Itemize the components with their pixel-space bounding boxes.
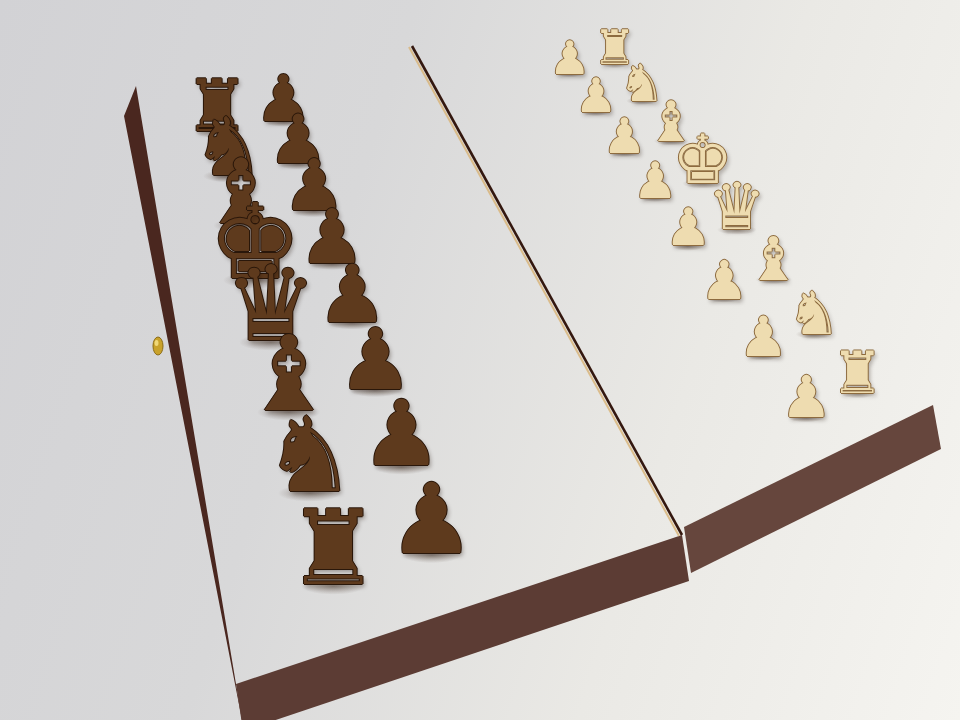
square-b4 bbox=[586, 333, 682, 421]
square-a6 bbox=[446, 435, 569, 545]
square-e2 bbox=[601, 150, 680, 209]
square-h4 bbox=[425, 55, 498, 104]
board-left-half bbox=[136, 46, 682, 684]
square-c1 bbox=[714, 225, 799, 292]
square-g8 bbox=[183, 130, 264, 186]
square-d2 bbox=[631, 194, 714, 258]
square-g5 bbox=[379, 99, 461, 149]
square-h1 bbox=[568, 29, 637, 72]
square-g6 bbox=[316, 109, 397, 161]
square-h5 bbox=[361, 64, 438, 110]
square-f1 bbox=[620, 99, 694, 150]
square-c4 bbox=[553, 277, 644, 356]
square-g4 bbox=[447, 93, 523, 147]
square-g7 bbox=[251, 119, 332, 173]
square-a5 bbox=[531, 413, 654, 518]
square-a8 bbox=[262, 484, 384, 607]
square-g1 bbox=[593, 63, 665, 110]
square-g2 bbox=[547, 72, 620, 121]
square-e8 bbox=[204, 222, 295, 293]
square-c6 bbox=[392, 301, 497, 384]
square-d3 bbox=[579, 209, 664, 277]
square-b5 bbox=[497, 344, 610, 435]
square-b3 bbox=[645, 312, 739, 395]
square-b6 bbox=[418, 364, 531, 460]
square-d1 bbox=[680, 180, 761, 241]
square-d5 bbox=[442, 230, 540, 300]
square-a1 bbox=[790, 327, 883, 409]
inner-border-right bbox=[421, 25, 893, 502]
square-e5 bbox=[419, 182, 511, 245]
square-f4 bbox=[470, 134, 550, 193]
board-right-half bbox=[412, 8, 933, 535]
square-b1 bbox=[750, 274, 839, 348]
photo-scene: ♜♞♝♛♚♝♞♜♟♟♟♟♟♟♟♟♟♟♟♟♟♟♟♟♜♞♝♛♚♝♞♜ bbox=[0, 0, 960, 720]
square-g3 bbox=[498, 82, 573, 133]
square-h2 bbox=[523, 37, 593, 82]
square-h8 bbox=[175, 91, 251, 141]
square-c5 bbox=[468, 284, 573, 364]
square-f3 bbox=[523, 121, 601, 177]
square-d7 bbox=[295, 260, 393, 337]
square-e1 bbox=[649, 138, 726, 194]
chess-board bbox=[0, 0, 960, 720]
square-e6 bbox=[350, 195, 442, 260]
square-a2 bbox=[738, 348, 834, 435]
square-d4 bbox=[523, 225, 610, 296]
square-f7 bbox=[264, 161, 350, 221]
square-f8 bbox=[193, 174, 279, 237]
board-frame-right bbox=[412, 8, 933, 535]
square-d8 bbox=[215, 276, 312, 356]
square-e3 bbox=[550, 164, 631, 225]
square-d6 bbox=[370, 245, 468, 318]
square-b2 bbox=[699, 293, 790, 371]
square-c8 bbox=[229, 337, 333, 429]
square-h7 bbox=[239, 81, 316, 130]
square-c2 bbox=[664, 241, 751, 312]
square-e4 bbox=[496, 177, 579, 242]
square-f2 bbox=[573, 110, 649, 164]
square-a3 bbox=[682, 371, 781, 463]
square-b8 bbox=[244, 405, 357, 511]
square-a4 bbox=[622, 395, 723, 493]
square-c7 bbox=[313, 318, 418, 405]
square-f5 bbox=[398, 139, 484, 195]
square-a7 bbox=[357, 459, 480, 575]
inner-border-left bbox=[167, 60, 661, 621]
square-c3 bbox=[610, 258, 699, 333]
square-h6 bbox=[302, 72, 379, 119]
board-frame-left bbox=[136, 46, 682, 684]
square-f6 bbox=[332, 150, 418, 208]
square-b7 bbox=[333, 384, 446, 484]
square-grid-left bbox=[175, 64, 654, 608]
square-grid-right bbox=[425, 29, 883, 493]
square-h3 bbox=[475, 46, 547, 93]
square-e7 bbox=[278, 208, 369, 276]
